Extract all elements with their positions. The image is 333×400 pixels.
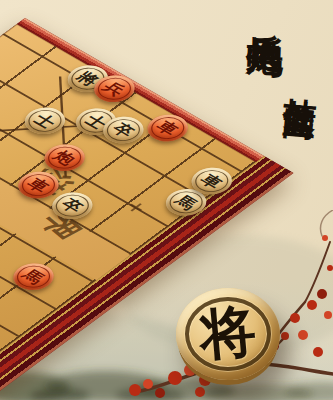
poster: 漢 界 將士士兵卒車炮車卒馬車馬 将 兵挺炮鸣 技艺盖世间 xyxy=(0,0,333,400)
piece-red: 馬 xyxy=(5,258,62,295)
giant-general-piece: 将 xyxy=(176,288,280,380)
calligraphy-right: 技艺盖世间 xyxy=(287,71,321,84)
piece-red: 車 xyxy=(139,109,196,146)
piece-red: 炮 xyxy=(36,139,93,176)
general-glyph: 将 xyxy=(197,294,259,375)
calligraphy-left: 兵挺炮鸣 xyxy=(248,3,285,16)
piece-black: 士 xyxy=(17,102,74,139)
